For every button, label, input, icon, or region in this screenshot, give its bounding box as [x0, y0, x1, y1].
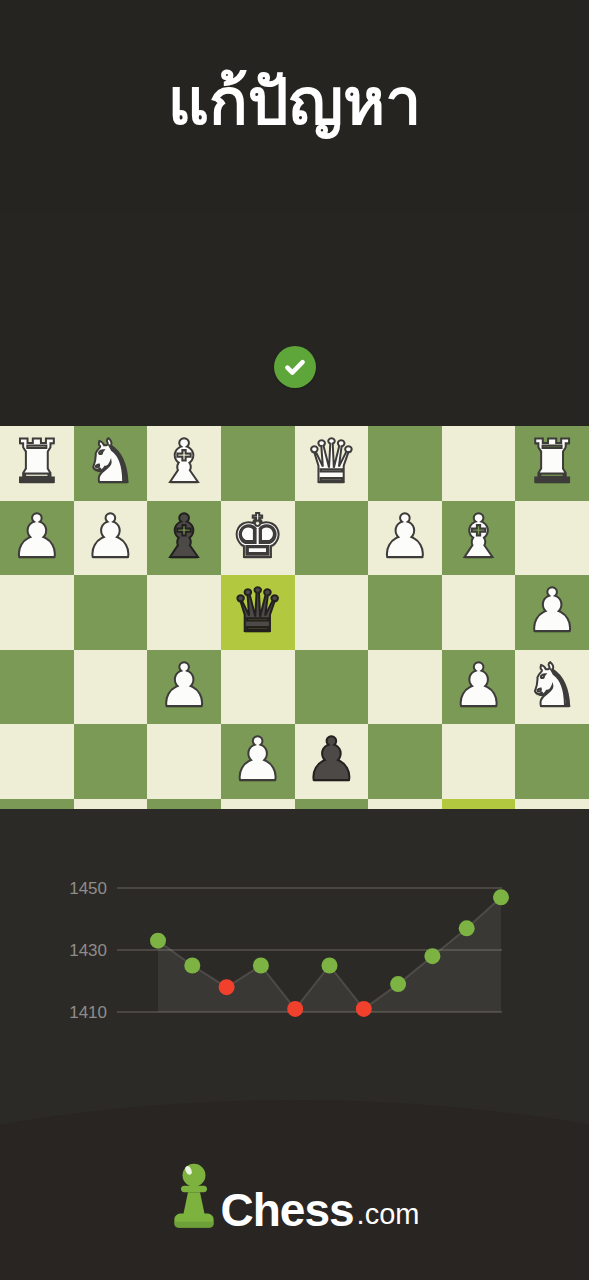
- header: แก้ปัญหา: [0, 0, 589, 213]
- square-r4c1[interactable]: [74, 724, 148, 799]
- square-r3c5[interactable]: [368, 650, 442, 725]
- checkmark-icon: [282, 354, 308, 380]
- piece-wP[interactable]: ♟: [157, 655, 211, 715]
- square-r4c4[interactable]: ♟: [295, 724, 369, 799]
- y-tick-1450: 1450: [69, 879, 107, 898]
- rating-point-4-win: [253, 958, 269, 974]
- square-r4c2[interactable]: [147, 724, 221, 799]
- square-r1c2[interactable]: ♝: [147, 501, 221, 576]
- piece-wR[interactable]: ♜: [10, 431, 64, 491]
- square-r0c5[interactable]: [368, 426, 442, 501]
- piece-wN[interactable]: ♞: [525, 655, 579, 715]
- square-r4c7[interactable]: [515, 724, 589, 799]
- square-r2c4[interactable]: [295, 575, 369, 650]
- square-r3c0[interactable]: [0, 650, 74, 725]
- square-r4c3[interactable]: ♟: [221, 724, 295, 799]
- square-r0c3[interactable]: [221, 426, 295, 501]
- rating-point-10-win: [459, 920, 475, 936]
- y-tick-1430: 1430: [69, 941, 107, 960]
- square-r2c5[interactable]: [368, 575, 442, 650]
- piece-wK[interactable]: ♚: [231, 506, 285, 566]
- square-r0c0[interactable]: ♜: [0, 426, 74, 501]
- piece-wB[interactable]: ♝: [157, 431, 211, 491]
- green-pawn-logo-icon: [170, 1161, 218, 1231]
- piece-bQ[interactable]: ♛: [231, 580, 285, 640]
- rating-point-5-loss: [287, 1001, 303, 1017]
- square-r4c0[interactable]: [0, 724, 74, 799]
- piece-wN[interactable]: ♞: [84, 431, 138, 491]
- correct-move-badge: [274, 346, 316, 388]
- rating-point-1-win: [150, 933, 166, 949]
- square-r2c6[interactable]: [442, 575, 516, 650]
- rating-point-11-win: [493, 889, 509, 905]
- square-r1c5[interactable]: ♟: [368, 501, 442, 576]
- square-r1c1[interactable]: ♟: [74, 501, 148, 576]
- square-r3c6[interactable]: ♟: [442, 650, 516, 725]
- square-r0c7[interactable]: ♜: [515, 426, 589, 501]
- square-r4c6[interactable]: [442, 724, 516, 799]
- piece-wP[interactable]: ♟: [452, 655, 506, 715]
- square-r2c7[interactable]: ♟: [515, 575, 589, 650]
- rating-point-2-win: [184, 958, 200, 974]
- piece-bP[interactable]: ♟: [304, 729, 358, 789]
- square-r0c2[interactable]: ♝: [147, 426, 221, 501]
- piece-wB[interactable]: ♝: [452, 506, 506, 566]
- square-r1c4[interactable]: [295, 501, 369, 576]
- app-screenshot: แก้ปัญหา ♜♞♝♛♜♟♟♝♚♟♝♛♟♟♟♞♟♟♟♞♟♟♟♞♟♟♚♜♝♜ …: [0, 0, 589, 1280]
- rating-point-9-win: [424, 948, 440, 964]
- board-wrap: ♜♞♝♛♜♟♟♝♚♟♝♛♟♟♟♞♟♟♟♞♟♟♟♞♟♟♚♜♝♜: [0, 213, 589, 809]
- square-r0c6[interactable]: [442, 426, 516, 501]
- square-r2c3[interactable]: ♛: [221, 575, 295, 650]
- square-r3c4[interactable]: [295, 650, 369, 725]
- square-r4c5[interactable]: [368, 724, 442, 799]
- piece-bB[interactable]: ♝: [157, 506, 211, 566]
- square-r3c7[interactable]: ♞: [515, 650, 589, 725]
- square-r0c1[interactable]: ♞: [74, 426, 148, 501]
- piece-wR[interactable]: ♜: [525, 431, 579, 491]
- piece-wP[interactable]: ♟: [10, 506, 64, 566]
- square-r3c3[interactable]: [221, 650, 295, 725]
- piece-wP[interactable]: ♟: [231, 729, 285, 789]
- brand-suffix-text: .com: [357, 1200, 420, 1229]
- y-tick-1410: 1410: [69, 1003, 107, 1022]
- piece-wQ[interactable]: ♛: [304, 431, 358, 491]
- piece-wP[interactable]: ♟: [378, 506, 432, 566]
- square-r2c1[interactable]: [74, 575, 148, 650]
- square-r1c6[interactable]: ♝: [442, 501, 516, 576]
- piece-wP[interactable]: ♟: [84, 506, 138, 566]
- square-r3c2[interactable]: ♟: [147, 650, 221, 725]
- square-r0c4[interactable]: ♛: [295, 426, 369, 501]
- square-r3c1[interactable]: [74, 650, 148, 725]
- rating-chart: 145014301410: [0, 809, 589, 1059]
- chesscom-logo[interactable]: Chess .com: [0, 1161, 589, 1231]
- square-r2c2[interactable]: [147, 575, 221, 650]
- square-r1c3[interactable]: ♚: [221, 501, 295, 576]
- rating-point-6-win: [322, 958, 338, 974]
- brand-text: Chess: [221, 1189, 354, 1231]
- page-title: แก้ปัญหา: [168, 70, 421, 144]
- bottom-section: 145014301410 Chess .com: [0, 809, 589, 1280]
- square-r2c0[interactable]: [0, 575, 74, 650]
- rating-area: [158, 897, 501, 1012]
- square-r1c7[interactable]: [515, 501, 589, 576]
- rating-point-7-loss: [356, 1001, 372, 1017]
- rating-point-3-loss: [219, 979, 235, 995]
- piece-wP[interactable]: ♟: [525, 580, 579, 640]
- rating-point-8-win: [390, 976, 406, 992]
- square-r1c0[interactable]: ♟: [0, 501, 74, 576]
